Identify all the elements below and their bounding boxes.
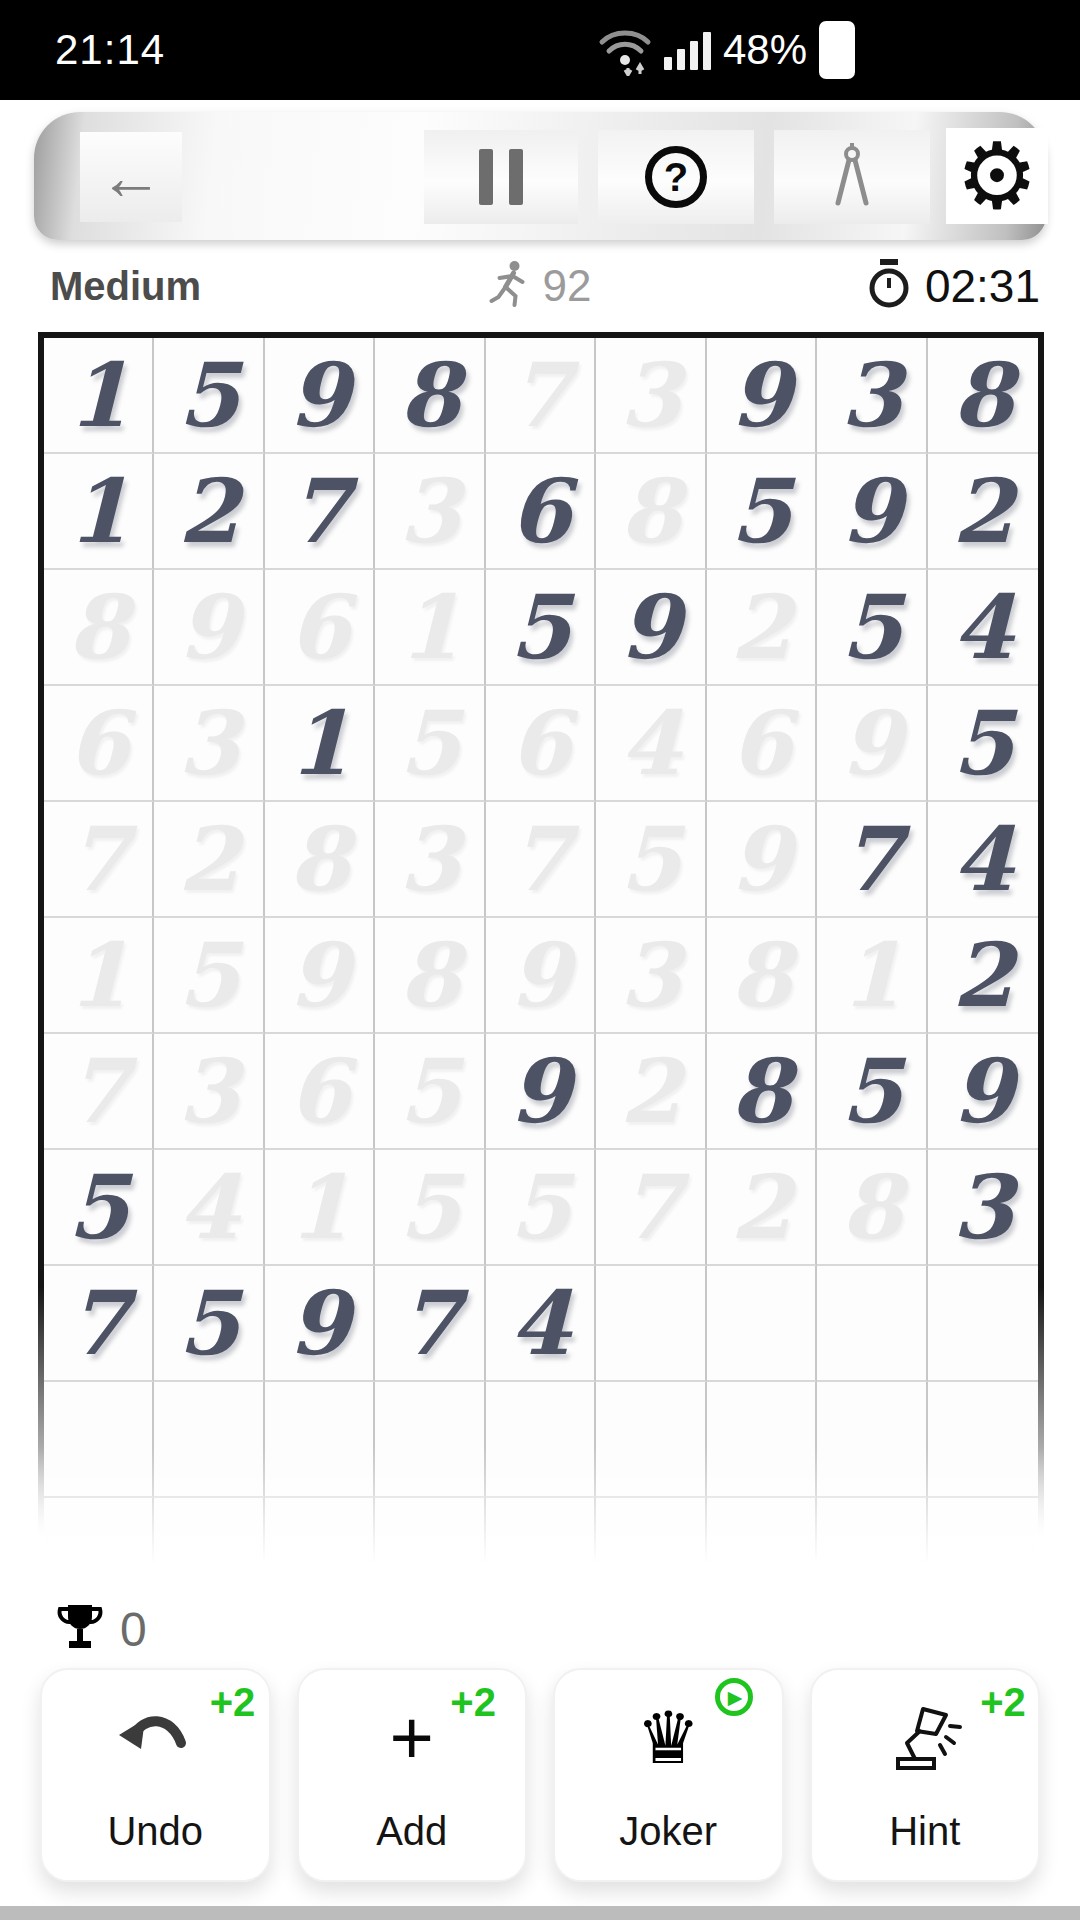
digit-matched: 9 [288,931,349,1019]
grid-cell[interactable]: 5 [486,570,596,686]
digit-active: 5 [178,351,239,439]
grid-cell[interactable]: 3 [154,686,264,802]
digit-matched: 1 [288,1163,349,1251]
timer-group: 02:31 [865,258,1040,314]
digit-active: 6 [509,467,570,555]
stopwatch-icon [865,258,913,314]
digit-matched: 4 [178,1163,239,1251]
digit-matched: 9 [178,583,239,671]
digit-matched: 9 [841,699,902,787]
digit-matched: 3 [620,351,681,439]
grid-cell[interactable]: 8 [44,570,154,686]
grid-cell[interactable]: 3 [154,1034,264,1150]
battery-icon [819,21,855,79]
digit-matched: 6 [288,1047,349,1135]
grid-cell[interactable]: 2 [707,570,817,686]
play-badge-icon: ▶ [715,1678,753,1716]
grid-cell[interactable]: 8 [928,338,1038,454]
clock-text: 21:14 [55,26,165,74]
lamp-icon [886,1701,964,1775]
grid-cell[interactable]: 9 [486,1034,596,1150]
compass-icon [826,141,878,213]
grid-cell[interactable]: 8 [817,1150,927,1266]
grid-cell[interactable]: 6 [265,570,375,686]
grid-cell[interactable]: 5 [154,1266,264,1382]
grid-cell[interactable]: 6 [707,686,817,802]
digit-matched: 8 [730,931,791,1019]
add-badge: +2 [450,1682,496,1722]
grid-cell[interactable]: 5 [928,686,1038,802]
moves-group: 92 [489,259,592,313]
digit-active: 9 [288,351,349,439]
moves-value: 92 [543,261,592,311]
grid-cell[interactable]: 8 [375,338,485,454]
hint-badge: +2 [980,1682,1026,1722]
toolbar: ← ? ⚙ [34,112,1046,240]
grid-cell[interactable]: 3 [596,918,706,1034]
signal-icon [664,30,711,70]
digit-active: 7 [841,815,902,903]
grid-cell[interactable]: 5 [154,338,264,454]
grid-cell[interactable]: 7 [486,338,596,454]
grid-cell[interactable]: 5 [375,1150,485,1266]
back-arrow-icon: ← [99,145,163,209]
game-board: 1598739381273685928961592546315646957283… [38,332,1044,1588]
grid-cell[interactable]: 1 [44,454,154,570]
trophy-count: 0 [120,1602,147,1657]
grid-cell[interactable]: 6 [486,454,596,570]
grid-cell[interactable]: 3 [817,338,927,454]
digit-matched: 5 [399,1047,460,1135]
grid-cell[interactable]: 9 [817,454,927,570]
grid-cell[interactable]: 9 [707,802,817,918]
grid-cell[interactable]: 8 [596,454,706,570]
grid-cell[interactable]: 2 [596,1034,706,1150]
grid-cell[interactable]: 5 [817,570,927,686]
grid-cell[interactable]: 3 [596,338,706,454]
digit-matched: 4 [620,699,681,787]
grid-cell[interactable]: 6 [486,686,596,802]
difficulty-label: Medium [50,264,201,309]
grid-cell[interactable]: 9 [486,918,596,1034]
grid-cell[interactable]: 1 [44,918,154,1034]
trophy-icon [56,1603,104,1657]
grid-cell[interactable]: 5 [596,802,706,918]
digit-matched: 1 [399,583,460,671]
digit-matched: 8 [399,931,460,1019]
status-icons: 48% [598,0,855,100]
grid-cell[interactable]: 7 [596,1150,706,1266]
digit-active: 2 [178,467,239,555]
grid-cell[interactable]: 2 [707,1150,817,1266]
timer-value: 02:31 [925,259,1040,313]
grid-cell[interactable]: 9 [265,1266,375,1382]
grid-cell[interactable]: 2 [928,918,1038,1034]
digit-active: 9 [841,467,902,555]
digit-active: 8 [730,1047,791,1135]
grid-cell[interactable]: 7 [44,802,154,918]
digit-active: 4 [509,1279,570,1367]
digit-active: 1 [68,351,129,439]
digit-matched: 8 [68,583,129,671]
grid-cell[interactable]: 7 [486,802,596,918]
digit-matched: 7 [68,1047,129,1135]
grid-cell[interactable]: 1 [44,338,154,454]
digit-matched: 3 [399,815,460,903]
digit-matched: 5 [399,1163,460,1251]
grid-cell[interactable]: 5 [44,1150,154,1266]
digit-matched: 7 [68,815,129,903]
back-button[interactable]: ← [80,132,182,222]
wifi-icon [598,24,652,76]
digit-active: 1 [288,699,349,787]
digit-matched: 6 [68,699,129,787]
digit-matched: 8 [288,815,349,903]
grid-cell[interactable] [707,1266,817,1382]
digit-active: 7 [288,467,349,555]
grid-cell[interactable]: 4 [486,1266,596,1382]
add-button[interactable]: + +2 Add [297,1668,528,1882]
digit-active: 9 [730,351,791,439]
grid-cells: 1598739381273685928961592546315646957283… [44,338,1038,1588]
digit-matched: 8 [620,467,681,555]
digit-active: 2 [952,931,1013,1019]
grid-cell[interactable]: 9 [154,570,264,686]
digit-matched: 5 [178,931,239,1019]
digit-matched: 1 [68,931,129,1019]
help-button[interactable]: ? [598,130,754,224]
action-bar: +2 Undo + +2 Add ♛ ▶ Joker [40,1668,1040,1882]
grid-cell[interactable]: 5 [817,1034,927,1150]
grid-cell[interactable]: 9 [817,686,927,802]
pause-button[interactable] [424,130,578,224]
add-label: Add [376,1809,447,1854]
grid-cell[interactable]: 9 [265,918,375,1034]
grid-cell[interactable]: 4 [928,802,1038,918]
digit-matched: 9 [509,931,570,1019]
digit-matched: 6 [509,699,570,787]
joker-label: Joker [619,1809,717,1854]
grid-cell[interactable]: 7 [44,1266,154,1382]
digit-matched: 6 [730,699,791,787]
digit-matched: 5 [620,815,681,903]
grid-cell[interactable]: 8 [375,918,485,1034]
digit-matched: 2 [620,1047,681,1135]
joker-button[interactable]: ♛ ▶ Joker [553,1668,784,1882]
digit-active: 9 [620,583,681,671]
grid-cell[interactable]: 3 [928,1150,1038,1266]
gear-icon: ⚙ [956,130,1038,222]
grid-cell[interactable]: 1 [265,1150,375,1266]
digit-active: 5 [509,583,570,671]
board-border [38,332,44,1588]
grid-cell[interactable]: 8 [265,802,375,918]
grid-cell[interactable]: 9 [928,1034,1038,1150]
undo-label: Undo [107,1809,203,1854]
grid-cell[interactable]: 1 [817,918,927,1034]
digit-matched: 7 [620,1163,681,1251]
digit-matched: 8 [841,1163,902,1251]
digit-active: 9 [288,1279,349,1367]
board-border [38,332,1044,338]
info-bar: Medium 92 02:31 [0,240,1080,332]
digit-matched: 9 [730,815,791,903]
grid-cell[interactable]: 5 [486,1150,596,1266]
digit-matched: 5 [399,699,460,787]
hint-label: Hint [889,1809,960,1854]
grid-cell[interactable]: 7 [817,802,927,918]
digit-matched: 3 [620,931,681,1019]
board-border [1038,332,1044,1588]
digit-active: 1 [68,467,129,555]
digit-active: 5 [730,467,791,555]
undo-arrow-icon [117,1707,193,1769]
digit-active: 4 [952,583,1013,671]
grid-cell[interactable]: 5 [375,686,485,802]
grid-cell[interactable]: 2 [154,454,264,570]
grid-cell[interactable]: 9 [707,338,817,454]
grid-cell[interactable]: 4 [154,1150,264,1266]
help-icon: ? [645,146,707,208]
digit-matched: 5 [509,1163,570,1251]
grid-cell[interactable]: 8 [707,918,817,1034]
digit-active: 9 [952,1047,1013,1135]
runner-icon [489,259,529,313]
digit-active: 3 [841,351,902,439]
undo-button[interactable]: +2 Undo [40,1668,271,1882]
digit-matched: 3 [178,699,239,787]
grid-cell[interactable]: 5 [375,1034,485,1150]
grid-cell[interactable]: 7 [375,1266,485,1382]
grid-cell[interactable] [817,1266,927,1382]
digit-active: 8 [399,351,460,439]
plus-icon: + [390,1704,434,1772]
digit-active: 7 [399,1279,460,1367]
grid-cell[interactable]: 7 [44,1034,154,1150]
grid-cell[interactable] [928,1266,1038,1382]
digit-matched: 7 [509,351,570,439]
digit-matched: 3 [178,1047,239,1135]
digit-active: 5 [841,1047,902,1135]
digit-active: 5 [68,1163,129,1251]
digit-matched: 1 [841,931,902,1019]
grid-cell[interactable]: 8 [707,1034,817,1150]
grid-cell[interactable]: 1 [265,686,375,802]
grid-cell[interactable]: 2 [928,454,1038,570]
score-row: 0 [56,1602,147,1657]
digit-active: 2 [952,467,1013,555]
battery-percent: 48% [723,26,807,74]
digit-matched: 2 [730,583,791,671]
hint-button[interactable]: +2 Hint [810,1668,1041,1882]
grid-cell[interactable]: 5 [707,454,817,570]
digit-active: 5 [952,699,1013,787]
digit-active: 7 [68,1279,129,1367]
grid-cell[interactable]: 9 [265,338,375,454]
grid-cell[interactable]: 4 [596,686,706,802]
grid-cell[interactable]: 6 [265,1034,375,1150]
digit-active: 5 [178,1279,239,1367]
crown-icon: ♛ [636,1702,701,1774]
grid-cell[interactable]: 5 [154,918,264,1034]
grid-cell[interactable]: 2 [154,802,264,918]
digit-matched: 6 [288,583,349,671]
board-fade-overlay [38,1448,1044,1588]
grid-cell[interactable]: 4 [928,570,1038,686]
bottom-nav-strip [0,1906,1080,1920]
grid-cell[interactable]: 1 [375,570,485,686]
digit-matched: 7 [509,815,570,903]
grid-cell[interactable]: 9 [596,570,706,686]
digit-active: 8 [952,351,1013,439]
digit-matched: 2 [178,815,239,903]
digit-active: 9 [509,1047,570,1135]
digit-matched: 3 [399,467,460,555]
compass-button[interactable] [774,130,930,224]
digit-active: 5 [841,583,902,671]
grid-cell[interactable]: 6 [44,686,154,802]
grid-cell[interactable]: 3 [375,802,485,918]
grid-cell[interactable]: 7 [265,454,375,570]
grid-cell[interactable]: 3 [375,454,485,570]
pause-icon [479,149,523,205]
settings-button[interactable]: ⚙ [946,128,1048,224]
digit-matched: 2 [730,1163,791,1251]
grid-cell[interactable] [596,1266,706,1382]
status-bar: 21:14 48% [0,0,1080,100]
digit-active: 3 [952,1163,1013,1251]
digit-active: 4 [952,815,1013,903]
undo-badge: +2 [210,1682,256,1722]
